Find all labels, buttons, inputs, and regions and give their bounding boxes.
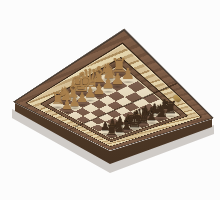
- scene-caption: Folding walnut chess box with carved woo…: [0, 0, 1, 1]
- product-photo-chess-set: Folding walnut chess box with carved woo…: [0, 0, 220, 200]
